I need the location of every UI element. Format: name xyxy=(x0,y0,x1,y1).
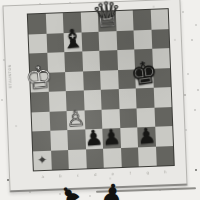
square-e1[interactable] xyxy=(103,148,121,168)
square-c6[interactable] xyxy=(64,51,82,71)
square-a1[interactable]: ✦✦ xyxy=(33,150,51,170)
square-h1[interactable] xyxy=(155,146,173,166)
board-grid: ♕♝♔♚♙♟♟♟✦✦ xyxy=(28,9,174,170)
square-h4[interactable] xyxy=(153,87,171,107)
square-g8[interactable] xyxy=(133,10,151,30)
square-g5[interactable]: ♚ xyxy=(135,68,153,88)
chess-board: ♕♝♔♚♙♟♟♟✦✦ abcdefgh STAUNTON xyxy=(2,0,187,192)
square-b2[interactable] xyxy=(50,130,68,150)
square-e8[interactable]: ♕ xyxy=(98,11,116,31)
square-e6[interactable] xyxy=(99,50,117,70)
piece-black-bishop-c7[interactable]: ♝ xyxy=(60,26,85,53)
piece-white-queen-e8[interactable]: ♕ xyxy=(90,0,123,32)
square-a8[interactable] xyxy=(28,14,46,34)
square-e5[interactable] xyxy=(100,70,118,90)
file-label-g: g xyxy=(139,170,157,181)
file-label-h: h xyxy=(156,169,174,180)
square-c1[interactable] xyxy=(68,149,86,169)
square-g2[interactable]: ♟ xyxy=(137,127,155,147)
square-c5[interactable] xyxy=(65,71,83,91)
square-e2[interactable]: ♟ xyxy=(102,128,120,148)
square-a2[interactable] xyxy=(32,131,50,151)
square-g7[interactable] xyxy=(134,29,152,49)
square-d2[interactable]: ♟ xyxy=(85,129,103,149)
square-c3[interactable]: ♙ xyxy=(67,110,85,130)
square-d1[interactable] xyxy=(86,148,104,168)
square-f3[interactable] xyxy=(119,108,137,128)
square-h7[interactable] xyxy=(151,29,169,49)
square-a7[interactable] xyxy=(29,33,47,53)
square-b3[interactable] xyxy=(49,111,67,131)
square-a5[interactable]: ♔ xyxy=(30,72,48,92)
square-b1[interactable] xyxy=(51,150,69,170)
square-h2[interactable] xyxy=(155,126,173,146)
piece-white-king-a5[interactable]: ♔ xyxy=(24,61,55,93)
square-f2[interactable] xyxy=(120,127,138,147)
square-e4[interactable] xyxy=(101,89,119,109)
square-h8[interactable] xyxy=(150,9,168,29)
piece-black-pawn-e2[interactable]: ♟ xyxy=(101,127,121,148)
piece-black-king-g5[interactable]: ♚ xyxy=(128,57,160,91)
photo-frame: ♕♝♔♚♙♟♟♟✦✦ abcdefgh STAUNTON ♟ ♟ xyxy=(0,0,200,200)
square-d6[interactable] xyxy=(82,51,100,71)
square-h3[interactable] xyxy=(154,107,172,127)
piece-black-pawn-g2[interactable]: ♟ xyxy=(136,126,157,148)
captured-black-pawn[interactable]: ♟ xyxy=(100,180,125,200)
square-d5[interactable] xyxy=(83,70,101,90)
square-c7[interactable]: ♝ xyxy=(64,32,82,52)
corner-compass-icon: ✦✦ xyxy=(33,150,51,170)
square-a3[interactable] xyxy=(32,111,50,131)
file-label-a: a xyxy=(34,174,52,185)
board-edge-print: STAUNTON xyxy=(8,64,13,88)
square-b4[interactable] xyxy=(48,91,66,111)
square-d4[interactable] xyxy=(83,90,101,110)
square-g1[interactable] xyxy=(138,146,156,166)
square-f1[interactable] xyxy=(121,147,139,167)
